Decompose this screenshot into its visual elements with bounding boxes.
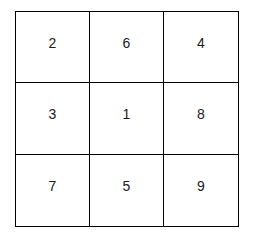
cell-r3c3: 9 <box>164 155 238 226</box>
number-grid: 2 6 4 3 1 8 7 5 9 <box>15 11 239 227</box>
cell-r3c2: 5 <box>90 155 164 226</box>
cell-r3c1: 7 <box>16 155 90 226</box>
cell-r2c2: 1 <box>90 83 164 154</box>
cell-value: 4 <box>197 36 205 50</box>
cell-value: 7 <box>49 179 57 193</box>
cell-value: 2 <box>49 36 57 50</box>
cell-r1c1: 2 <box>16 12 90 83</box>
cell-value: 5 <box>123 179 131 193</box>
cell-r2c3: 8 <box>164 83 238 154</box>
cell-value: 3 <box>49 107 57 121</box>
cell-value: 6 <box>123 36 131 50</box>
puzzle-canvas: 2 6 4 3 1 8 7 5 9 <box>0 0 254 247</box>
cell-r1c3: 4 <box>164 12 238 83</box>
cell-r1c2: 6 <box>90 12 164 83</box>
cell-value: 1 <box>123 107 131 121</box>
cell-value: 8 <box>197 107 205 121</box>
cell-r2c1: 3 <box>16 83 90 154</box>
cell-value: 9 <box>197 179 205 193</box>
